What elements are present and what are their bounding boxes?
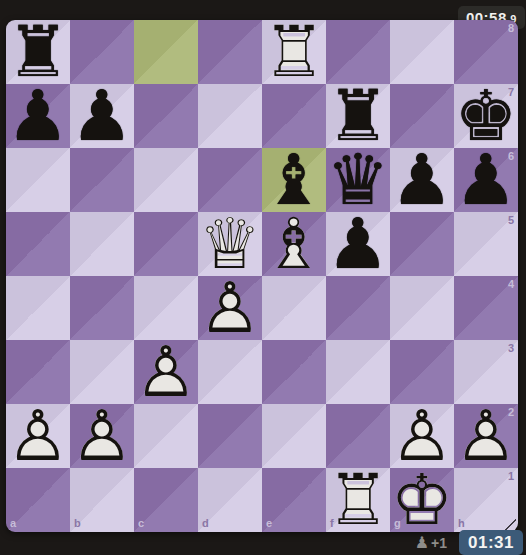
square-f8[interactable] [326,20,390,84]
square-d1[interactable]: d [198,468,262,532]
square-a6[interactable] [6,148,70,212]
file-label-d: d [202,518,209,529]
black-rook[interactable]: ♜ [6,20,70,84]
square-e7[interactable] [262,84,326,148]
square-g6[interactable]: ♟ [390,148,454,212]
square-c7[interactable] [134,84,198,148]
square-b4[interactable] [70,276,134,340]
square-g3[interactable] [390,340,454,404]
square-c8[interactable] [134,20,198,84]
file-label-e: e [266,518,272,529]
file-label-c: c [138,518,144,529]
square-f1[interactable]: f♜♖ [326,468,390,532]
square-f6[interactable]: ♛ [326,148,390,212]
square-b3[interactable] [70,340,134,404]
square-e2[interactable] [262,404,326,468]
white-pawn[interactable]: ♟♙ [454,404,518,468]
square-a8[interactable]: ♜ [6,20,70,84]
rank-label-5: 5 [508,215,514,226]
rank-label-4: 4 [508,279,514,290]
square-d6[interactable] [198,148,262,212]
black-rook[interactable]: ♜ [326,84,390,148]
square-h6[interactable]: 6♟ [454,148,518,212]
white-queen[interactable]: ♛♕ [198,212,262,276]
file-label-b: b [74,518,81,529]
square-h1[interactable]: 1h [454,468,518,532]
square-e1[interactable]: e [262,468,326,532]
square-h5[interactable]: 5 [454,212,518,276]
square-g2[interactable]: ♟♙ [390,404,454,468]
rank-label-3: 3 [508,343,514,354]
bottom-bar: ♟ +1 01:31 [6,530,523,555]
square-a2[interactable]: ♟♙ [6,404,70,468]
white-pawn[interactable]: ♟♙ [70,404,134,468]
square-h8[interactable]: 8 [454,20,518,84]
square-g8[interactable] [390,20,454,84]
square-d3[interactable] [198,340,262,404]
square-d4[interactable]: ♟♙ [198,276,262,340]
square-b8[interactable] [70,20,134,84]
square-e4[interactable] [262,276,326,340]
square-c6[interactable] [134,148,198,212]
black-pawn[interactable]: ♟ [70,84,134,148]
square-c2[interactable] [134,404,198,468]
white-pawn[interactable]: ♟♙ [390,404,454,468]
black-queen[interactable]: ♛ [326,148,390,212]
square-g4[interactable] [390,276,454,340]
rank-label-8: 8 [508,23,514,34]
square-f5[interactable]: ♟ [326,212,390,276]
file-label-h: h [458,518,465,529]
square-b5[interactable] [70,212,134,276]
square-f4[interactable] [326,276,390,340]
white-pawn[interactable]: ♟♙ [6,404,70,468]
square-a1[interactable]: a [6,468,70,532]
square-b2[interactable]: ♟♙ [70,404,134,468]
square-a5[interactable] [6,212,70,276]
white-pawn[interactable]: ♟♙ [134,340,198,404]
rank-label-1: 1 [508,471,514,482]
square-e3[interactable] [262,340,326,404]
square-b1[interactable]: b [70,468,134,532]
black-bishop[interactable]: ♝ [262,148,326,212]
chess-board[interactable]: ♜♜♖8♟♟♜7♚♝♛♟6♟♛♕♝♗♟5♟♙4♟♙3♟♙♟♙♟♙2♟♙abcde… [6,20,518,532]
square-c4[interactable] [134,276,198,340]
square-d8[interactable] [198,20,262,84]
pawn-icon: ♟ [415,535,429,551]
square-f7[interactable]: ♜ [326,84,390,148]
square-d5[interactable]: ♛♕ [198,212,262,276]
square-d2[interactable] [198,404,262,468]
white-clock: 01:31 [459,530,523,555]
square-e5[interactable]: ♝♗ [262,212,326,276]
square-e8[interactable]: ♜♖ [262,20,326,84]
square-a7[interactable]: ♟ [6,84,70,148]
square-h2[interactable]: 2♟♙ [454,404,518,468]
black-pawn[interactable]: ♟ [6,84,70,148]
square-b6[interactable] [70,148,134,212]
white-clock-time: 01:31 [468,533,514,552]
white-king[interactable]: ♚♔ [390,468,454,532]
square-g1[interactable]: g♚♔ [390,468,454,532]
square-b7[interactable]: ♟ [70,84,134,148]
white-rook[interactable]: ♜♖ [262,20,326,84]
file-label-a: a [10,518,16,529]
black-pawn[interactable]: ♟ [454,148,518,212]
square-e6[interactable]: ♝ [262,148,326,212]
square-f2[interactable] [326,404,390,468]
square-a4[interactable] [6,276,70,340]
white-pawn[interactable]: ♟♙ [198,276,262,340]
square-c3[interactable]: ♟♙ [134,340,198,404]
white-rook[interactable]: ♜♖ [326,468,390,532]
material-advantage-label: +1 [431,535,447,551]
black-pawn[interactable]: ♟ [390,148,454,212]
material-advantage: ♟ +1 [415,535,447,551]
square-d7[interactable] [198,84,262,148]
square-g5[interactable] [390,212,454,276]
square-c5[interactable] [134,212,198,276]
square-h4[interactable]: 4 [454,276,518,340]
white-bishop[interactable]: ♝♗ [262,212,326,276]
square-h3[interactable]: 3 [454,340,518,404]
square-f3[interactable] [326,340,390,404]
square-g7[interactable] [390,84,454,148]
square-a3[interactable] [6,340,70,404]
black-pawn[interactable]: ♟ [326,212,390,276]
square-c1[interactable]: c [134,468,198,532]
square-h7[interactable]: 7♚ [454,84,518,148]
black-king[interactable]: ♚ [454,84,518,148]
